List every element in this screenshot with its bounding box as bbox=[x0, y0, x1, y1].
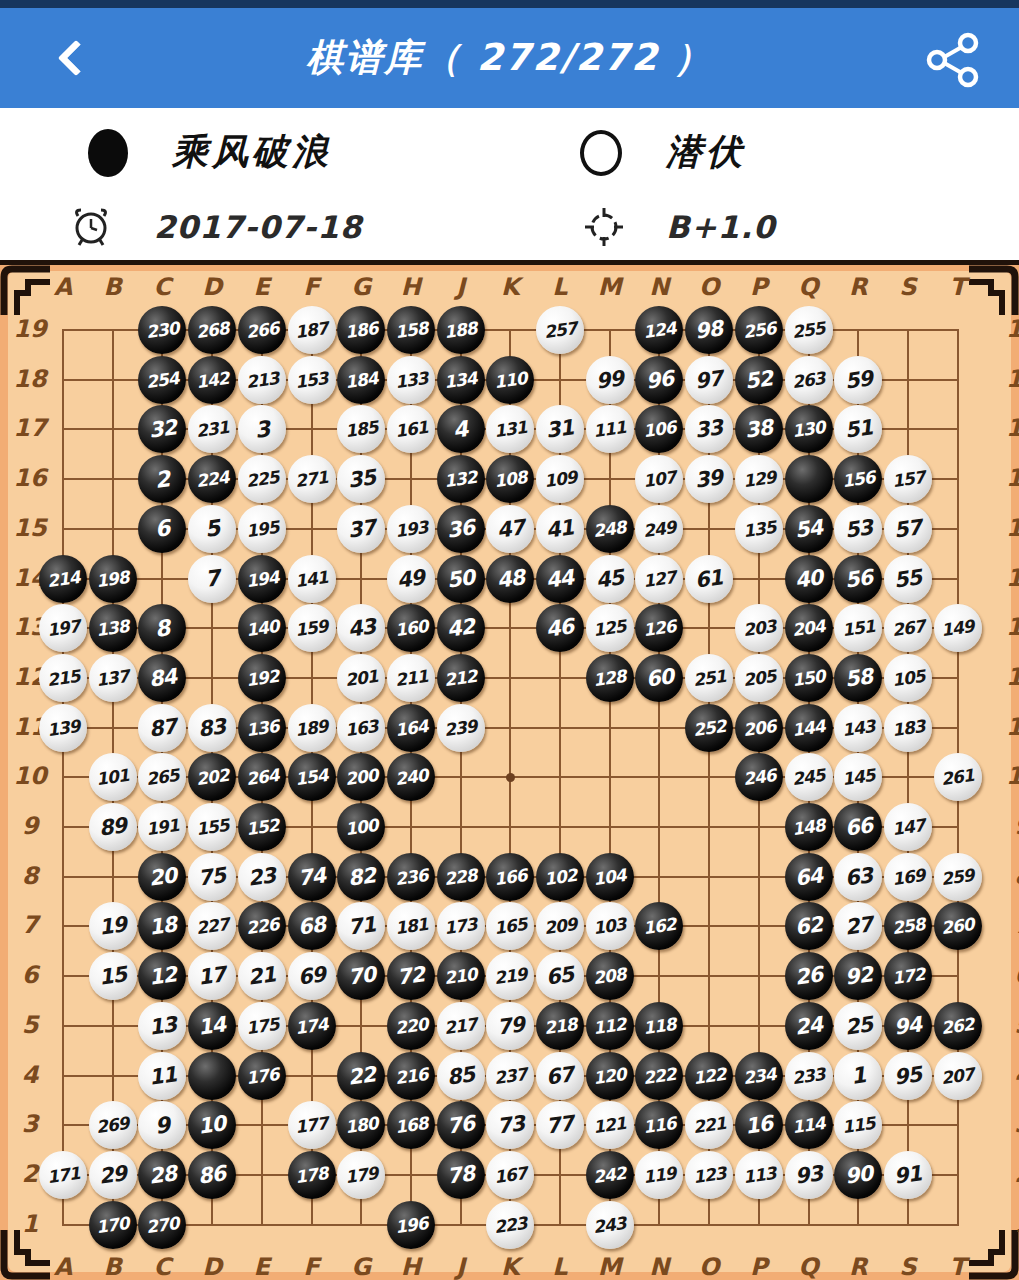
stone-O18: 97 bbox=[685, 356, 733, 404]
move-number: 112 bbox=[592, 1014, 627, 1038]
app-header: 棋谱库（ 272/272 ） bbox=[0, 8, 1019, 108]
move-number: 139 bbox=[46, 715, 81, 739]
stone-R5: 25 bbox=[834, 1002, 882, 1050]
stone-H13: 160 bbox=[387, 604, 435, 652]
column-label-bottom: M bbox=[588, 1253, 632, 1280]
move-number: 129 bbox=[741, 467, 776, 491]
move-number: 19 bbox=[98, 913, 128, 941]
move-number: 50 bbox=[445, 565, 475, 593]
stone-J8: 228 bbox=[437, 853, 485, 901]
column-label-top: Q bbox=[787, 273, 831, 301]
stone-K18: 110 bbox=[486, 356, 534, 404]
move-number: 41 bbox=[545, 515, 575, 543]
stone-P2: 113 bbox=[735, 1151, 783, 1199]
stone-H1: 196 bbox=[387, 1201, 435, 1249]
move-number: 216 bbox=[393, 1063, 428, 1087]
stone-P3: 16 bbox=[735, 1101, 783, 1149]
move-number: 155 bbox=[195, 815, 230, 839]
back-chevron-icon bbox=[58, 40, 95, 77]
move-number: 225 bbox=[244, 467, 279, 491]
move-number: 75 bbox=[197, 863, 227, 891]
move-number: 125 bbox=[592, 616, 627, 640]
move-number: 138 bbox=[95, 616, 130, 640]
stone-O12: 251 bbox=[685, 654, 733, 702]
stone-P10: 246 bbox=[735, 753, 783, 801]
move-number: 22 bbox=[346, 1062, 376, 1090]
move-number: 72 bbox=[396, 962, 426, 990]
stone-J4: 85 bbox=[437, 1052, 485, 1100]
stone-H11: 164 bbox=[387, 704, 435, 752]
move-number: 220 bbox=[393, 1014, 428, 1038]
move-number: 63 bbox=[843, 863, 873, 891]
stone-H14: 49 bbox=[387, 555, 435, 603]
move-number: 13 bbox=[147, 1012, 177, 1040]
stone-L6: 65 bbox=[536, 952, 584, 1000]
stone-N14: 127 bbox=[635, 555, 683, 603]
stone-R2: 90 bbox=[834, 1151, 882, 1199]
stone-D8: 75 bbox=[188, 853, 236, 901]
stone-R16: 156 bbox=[834, 455, 882, 503]
stone-Q8: 64 bbox=[785, 853, 833, 901]
move-number: 265 bbox=[145, 765, 180, 789]
stone-F10: 154 bbox=[288, 753, 336, 801]
move-number: 185 bbox=[344, 417, 379, 441]
stone-M1: 243 bbox=[586, 1201, 634, 1249]
row-label-right: 18 bbox=[1001, 365, 1019, 393]
move-number: 174 bbox=[294, 1014, 329, 1038]
move-number: 93 bbox=[793, 1161, 823, 1189]
stone-K8: 166 bbox=[486, 853, 534, 901]
row-label-left: 9 bbox=[8, 812, 52, 840]
column-label-bottom: K bbox=[488, 1253, 532, 1280]
move-number: 258 bbox=[890, 914, 925, 938]
stone-E13: 140 bbox=[238, 604, 286, 652]
move-number: 51 bbox=[843, 416, 873, 444]
move-number: 71 bbox=[346, 913, 376, 941]
move-number: 206 bbox=[741, 715, 776, 739]
move-number: 92 bbox=[843, 962, 873, 990]
stone-M14: 45 bbox=[586, 555, 634, 603]
stone-P13: 203 bbox=[735, 604, 783, 652]
stone-L16: 109 bbox=[536, 455, 584, 503]
stone-T7: 260 bbox=[934, 902, 982, 950]
stone-B1: 170 bbox=[89, 1201, 137, 1249]
stone-R11: 143 bbox=[834, 704, 882, 752]
stone-P11: 206 bbox=[735, 704, 783, 752]
row-label-right: 16 bbox=[1001, 464, 1019, 492]
stone-D3: 10 bbox=[188, 1101, 236, 1149]
move-number: 178 bbox=[294, 1163, 329, 1187]
stone-B13: 138 bbox=[89, 604, 137, 652]
stone-F14: 141 bbox=[288, 555, 336, 603]
move-number: 136 bbox=[244, 715, 279, 739]
row-label-left: 17 bbox=[8, 414, 52, 442]
stone-S5: 94 bbox=[884, 1002, 932, 1050]
column-label-top: H bbox=[389, 273, 433, 301]
row-label-right: 13 bbox=[1001, 613, 1019, 641]
move-number: 183 bbox=[890, 715, 925, 739]
stone-J14: 50 bbox=[437, 555, 485, 603]
column-label-bottom: O bbox=[687, 1253, 731, 1280]
move-number: 177 bbox=[294, 1113, 329, 1137]
move-number: 28 bbox=[147, 1161, 177, 1189]
stone-Q16 bbox=[785, 455, 833, 503]
column-label-top: P bbox=[737, 273, 781, 301]
row-label-right: 3 bbox=[1001, 1110, 1019, 1138]
move-number: 204 bbox=[791, 616, 826, 640]
stone-E15: 195 bbox=[238, 505, 286, 553]
move-number: 124 bbox=[642, 318, 677, 342]
move-number: 249 bbox=[642, 517, 677, 541]
column-label-top: K bbox=[488, 273, 532, 301]
move-number: 168 bbox=[393, 1113, 428, 1137]
stone-H10: 240 bbox=[387, 753, 435, 801]
move-number: 214 bbox=[46, 566, 81, 590]
stone-E4: 176 bbox=[238, 1052, 286, 1100]
move-number: 39 bbox=[694, 465, 724, 493]
row-label-left: 5 bbox=[8, 1011, 52, 1039]
move-number: 3 bbox=[253, 416, 271, 443]
stone-E18: 213 bbox=[238, 356, 286, 404]
row-label-right: 17 bbox=[1001, 414, 1019, 442]
stone-D16: 224 bbox=[188, 455, 236, 503]
stone-M8: 104 bbox=[586, 853, 634, 901]
row-label-right: 10 bbox=[1001, 762, 1019, 790]
stone-H12: 211 bbox=[387, 654, 435, 702]
stone-R12: 58 bbox=[834, 654, 882, 702]
stone-S4: 95 bbox=[884, 1052, 932, 1100]
stone-M5: 112 bbox=[586, 1002, 634, 1050]
share-icon bbox=[925, 32, 981, 88]
stone-S9: 147 bbox=[884, 803, 932, 851]
move-number: 257 bbox=[543, 318, 578, 342]
column-label-bottom: G bbox=[339, 1253, 383, 1280]
move-number: 171 bbox=[46, 1163, 81, 1187]
move-number: 107 bbox=[642, 467, 677, 491]
move-number: 248 bbox=[592, 517, 627, 541]
column-label-top: R bbox=[836, 273, 880, 301]
column-label-top: M bbox=[588, 273, 632, 301]
move-number: 77 bbox=[545, 1111, 575, 1139]
stone-C11: 87 bbox=[138, 704, 186, 752]
move-number: 102 bbox=[543, 865, 578, 889]
white-player-name: 潜伏 bbox=[666, 128, 746, 177]
move-number: 148 bbox=[791, 815, 826, 839]
back-button[interactable] bbox=[46, 26, 106, 90]
move-number: 20 bbox=[147, 863, 177, 891]
move-number: 118 bbox=[642, 1014, 677, 1038]
move-number: 243 bbox=[592, 1212, 627, 1236]
stone-J18: 134 bbox=[437, 356, 485, 404]
move-number: 227 bbox=[195, 914, 230, 938]
move-number: 197 bbox=[46, 616, 81, 640]
move-number: 221 bbox=[692, 1113, 727, 1137]
move-number: 132 bbox=[443, 467, 478, 491]
clock-icon bbox=[68, 204, 114, 250]
move-number: 188 bbox=[443, 318, 478, 342]
move-number: 69 bbox=[296, 962, 326, 990]
stone-D19: 268 bbox=[188, 306, 236, 354]
stone-K14: 48 bbox=[486, 555, 534, 603]
stone-H17: 161 bbox=[387, 405, 435, 453]
move-number: 203 bbox=[741, 616, 776, 640]
stone-F18: 153 bbox=[288, 356, 336, 404]
stone-G16: 35 bbox=[337, 455, 385, 503]
row-label-right: 19 bbox=[1001, 315, 1019, 343]
stone-A12: 215 bbox=[39, 654, 87, 702]
column-label-bottom: L bbox=[538, 1253, 582, 1280]
move-number: 141 bbox=[294, 566, 329, 590]
stone-E12: 192 bbox=[238, 654, 286, 702]
row-label-left: 1 bbox=[8, 1210, 52, 1238]
stone-O3: 221 bbox=[685, 1101, 733, 1149]
stone-J6: 210 bbox=[437, 952, 485, 1000]
stone-J2: 78 bbox=[437, 1151, 485, 1199]
stone-E6: 21 bbox=[238, 952, 286, 1000]
move-number: 135 bbox=[741, 517, 776, 541]
move-number: 173 bbox=[443, 914, 478, 938]
move-number: 113 bbox=[741, 1163, 776, 1187]
stone-P4: 234 bbox=[735, 1052, 783, 1100]
move-number: 240 bbox=[393, 765, 428, 789]
stone-M7: 103 bbox=[586, 902, 634, 950]
move-number: 79 bbox=[495, 1012, 525, 1040]
row-label-right: 5 bbox=[1001, 1011, 1019, 1039]
stone-F3: 177 bbox=[288, 1101, 336, 1149]
go-board[interactable]: AABBCCDDEEFFGGHHJJKKLLMMNNOOPPQQRRSSTT19… bbox=[0, 260, 1019, 1280]
game-info-panel: 乘风破浪 潜伏 2017-07-18 bbox=[0, 108, 1019, 260]
move-number: 202 bbox=[195, 765, 230, 789]
move-number: 267 bbox=[890, 616, 925, 640]
stone-P15: 135 bbox=[735, 505, 783, 553]
stone-L14: 44 bbox=[536, 555, 584, 603]
move-number: 121 bbox=[592, 1113, 627, 1137]
move-number: 76 bbox=[445, 1111, 475, 1139]
stone-P12: 205 bbox=[735, 654, 783, 702]
stone-M12: 128 bbox=[586, 654, 634, 702]
stone-N15: 249 bbox=[635, 505, 683, 553]
move-number: 67 bbox=[545, 1062, 575, 1090]
move-number: 133 bbox=[393, 368, 428, 392]
stone-S6: 172 bbox=[884, 952, 932, 1000]
move-number: 150 bbox=[791, 666, 826, 690]
stone-G12: 201 bbox=[337, 654, 385, 702]
move-number: 224 bbox=[195, 467, 230, 491]
stone-O4: 122 bbox=[685, 1052, 733, 1100]
stone-Q15: 54 bbox=[785, 505, 833, 553]
stone-H3: 168 bbox=[387, 1101, 435, 1149]
move-number: 74 bbox=[296, 863, 326, 891]
stone-A14: 214 bbox=[39, 555, 87, 603]
stone-T8: 259 bbox=[934, 853, 982, 901]
stone-P19: 256 bbox=[735, 306, 783, 354]
column-label-bottom: D bbox=[190, 1253, 234, 1280]
move-number: 137 bbox=[95, 666, 130, 690]
move-number: 222 bbox=[642, 1063, 677, 1087]
move-number: 25 bbox=[843, 1012, 873, 1040]
stone-B6: 15 bbox=[89, 952, 137, 1000]
stone-Q7: 62 bbox=[785, 902, 833, 950]
move-number: 270 bbox=[145, 1212, 180, 1236]
move-number: 64 bbox=[793, 863, 823, 891]
stone-C12: 84 bbox=[138, 654, 186, 702]
move-number: 46 bbox=[545, 614, 575, 642]
stone-Q18: 263 bbox=[785, 356, 833, 404]
move-number: 260 bbox=[940, 914, 975, 938]
white-player-stone-icon bbox=[580, 130, 622, 176]
move-number: 56 bbox=[843, 565, 873, 593]
column-label-top: C bbox=[140, 273, 184, 301]
move-number: 62 bbox=[793, 913, 823, 941]
stone-E16: 225 bbox=[238, 455, 286, 503]
move-number: 36 bbox=[445, 515, 475, 543]
column-label-bottom: N bbox=[637, 1253, 681, 1280]
stone-B9: 89 bbox=[89, 803, 137, 851]
stone-L13: 46 bbox=[536, 604, 584, 652]
move-number: 201 bbox=[344, 666, 379, 690]
stone-E7: 226 bbox=[238, 902, 286, 950]
stone-B14: 198 bbox=[89, 555, 137, 603]
column-label-top: A bbox=[41, 273, 85, 301]
stone-T5: 262 bbox=[934, 1002, 982, 1050]
stone-G19: 186 bbox=[337, 306, 385, 354]
move-number: 217 bbox=[443, 1014, 478, 1038]
result-target-icon bbox=[582, 204, 626, 250]
page-title: 棋谱库（ 272/272 ） bbox=[0, 33, 1019, 83]
stone-P18: 52 bbox=[735, 356, 783, 404]
move-number: 180 bbox=[344, 1113, 379, 1137]
stone-O11: 252 bbox=[685, 704, 733, 752]
move-number: 98 bbox=[694, 316, 724, 344]
move-number: 27 bbox=[843, 913, 873, 941]
move-number: 48 bbox=[495, 565, 525, 593]
stone-G15: 37 bbox=[337, 505, 385, 553]
move-number: 23 bbox=[247, 863, 277, 891]
stone-O14: 61 bbox=[685, 555, 733, 603]
stone-J19: 188 bbox=[437, 306, 485, 354]
move-number: 239 bbox=[443, 715, 478, 739]
stone-D4 bbox=[188, 1052, 236, 1100]
row-label-left: 19 bbox=[8, 315, 52, 343]
stone-B7: 19 bbox=[89, 902, 137, 950]
move-number: 45 bbox=[595, 565, 625, 593]
stone-T4: 207 bbox=[934, 1052, 982, 1100]
move-number: 12 bbox=[147, 962, 177, 990]
move-number: 37 bbox=[346, 515, 376, 543]
move-number: 130 bbox=[791, 417, 826, 441]
move-number: 60 bbox=[644, 664, 674, 692]
column-label-top: E bbox=[240, 273, 284, 301]
move-number: 7 bbox=[203, 565, 221, 592]
stone-K4: 237 bbox=[486, 1052, 534, 1100]
move-number: 236 bbox=[393, 865, 428, 889]
stone-E19: 266 bbox=[238, 306, 286, 354]
move-number: 161 bbox=[393, 417, 428, 441]
row-label-right: 6 bbox=[1001, 961, 1019, 989]
stone-J3: 76 bbox=[437, 1101, 485, 1149]
black-player-name: 乘风破浪 bbox=[172, 128, 332, 177]
move-number: 162 bbox=[642, 914, 677, 938]
stone-H18: 133 bbox=[387, 356, 435, 404]
move-number: 54 bbox=[793, 515, 823, 543]
stone-M6: 208 bbox=[586, 952, 634, 1000]
move-number: 145 bbox=[841, 765, 876, 789]
move-number: 65 bbox=[545, 962, 575, 990]
move-number: 10 bbox=[197, 1111, 227, 1139]
move-number: 103 bbox=[592, 914, 627, 938]
move-number: 152 bbox=[244, 815, 279, 839]
move-number: 181 bbox=[393, 914, 428, 938]
move-number: 255 bbox=[791, 318, 826, 342]
column-label-bottom: C bbox=[140, 1253, 184, 1280]
stone-M17: 111 bbox=[586, 405, 634, 453]
row-label-right: 12 bbox=[1001, 663, 1019, 691]
stone-G11: 163 bbox=[337, 704, 385, 752]
stone-F19: 187 bbox=[288, 306, 336, 354]
stone-J16: 132 bbox=[437, 455, 485, 503]
row-label-right: 14 bbox=[1001, 564, 1019, 592]
stone-S14: 55 bbox=[884, 555, 932, 603]
row-label-right: 8 bbox=[1001, 862, 1019, 890]
move-number: 123 bbox=[692, 1163, 727, 1187]
move-number: 165 bbox=[493, 914, 528, 938]
stone-K5: 79 bbox=[486, 1002, 534, 1050]
move-number: 115 bbox=[841, 1113, 876, 1137]
move-number: 259 bbox=[940, 865, 975, 889]
stone-H4: 216 bbox=[387, 1052, 435, 1100]
row-label-left: 10 bbox=[8, 762, 52, 790]
share-button[interactable] bbox=[925, 32, 981, 88]
stone-N5: 118 bbox=[635, 1002, 683, 1050]
move-number: 262 bbox=[940, 1014, 975, 1038]
stone-M13: 125 bbox=[586, 604, 634, 652]
stone-M4: 120 bbox=[586, 1052, 634, 1100]
stone-G18: 184 bbox=[337, 356, 385, 404]
column-label-top: S bbox=[886, 273, 930, 301]
stone-G6: 70 bbox=[337, 952, 385, 1000]
stone-K2: 167 bbox=[486, 1151, 534, 1199]
stone-H7: 181 bbox=[387, 902, 435, 950]
move-number: 111 bbox=[592, 417, 627, 441]
move-number: 109 bbox=[543, 467, 578, 491]
move-number: 21 bbox=[247, 962, 277, 990]
stone-P16: 129 bbox=[735, 455, 783, 503]
stone-S15: 57 bbox=[884, 505, 932, 553]
move-number: 175 bbox=[244, 1014, 279, 1038]
stone-L15: 41 bbox=[536, 505, 584, 553]
column-label-bottom: F bbox=[290, 1253, 334, 1280]
move-number: 1 bbox=[849, 1062, 867, 1089]
move-number: 86 bbox=[197, 1161, 227, 1189]
move-number: 164 bbox=[393, 715, 428, 739]
move-number: 83 bbox=[197, 714, 227, 742]
column-label-top: F bbox=[290, 273, 334, 301]
stone-C5: 13 bbox=[138, 1002, 186, 1050]
stone-H15: 193 bbox=[387, 505, 435, 553]
stone-T10: 261 bbox=[934, 753, 982, 801]
column-label-bottom: R bbox=[836, 1253, 880, 1280]
move-number: 47 bbox=[495, 515, 525, 543]
stone-A13: 197 bbox=[39, 604, 87, 652]
row-label-right: 11 bbox=[1001, 713, 1019, 741]
move-number: 140 bbox=[244, 616, 279, 640]
stone-F13: 159 bbox=[288, 604, 336, 652]
stone-B3: 269 bbox=[89, 1101, 137, 1149]
stone-Q17: 130 bbox=[785, 405, 833, 453]
stone-Q2: 93 bbox=[785, 1151, 833, 1199]
stone-J12: 212 bbox=[437, 654, 485, 702]
stone-H8: 236 bbox=[387, 853, 435, 901]
